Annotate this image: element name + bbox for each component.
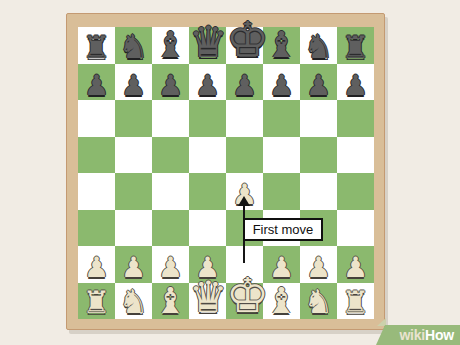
square-h4 [337,173,374,210]
black-king: ♚ [226,18,263,61]
ribbon-fold-icon [377,318,386,326]
square-g4 [300,173,337,210]
square-g7: ♟ [300,64,337,101]
square-e1: ♚ [226,283,263,320]
square-d8: ♛ [189,27,226,64]
white-rook: ♜ [78,289,115,317]
white-pawn: ♟ [300,255,337,280]
square-d4 [189,173,226,210]
black-knight: ♞ [300,32,337,62]
square-f2: ♟ [263,246,300,283]
square-h2: ♟ [337,246,374,283]
white-pawn: ♟ [78,255,115,280]
square-a8: ♜ [78,27,115,64]
square-d3 [189,210,226,247]
board-frame: ♜♞♝♛♚♝♞♜♟♟♟♟♟♟♟♟♟♟♟♟♟♟♟♟♜♞♝♛♚♝♞♜ [66,13,385,330]
white-knight: ♞ [300,287,337,317]
square-b1: ♞ [115,283,152,320]
square-a3 [78,210,115,247]
black-pawn: ♟ [337,73,374,98]
square-c2: ♟ [152,246,189,283]
square-b8: ♞ [115,27,152,64]
wikihow-how-text: How [425,327,454,343]
square-c8: ♝ [152,27,189,64]
black-queen: ♛ [189,23,226,62]
chess-board: ♜♞♝♛♚♝♞♜♟♟♟♟♟♟♟♟♟♟♟♟♟♟♟♟♜♞♝♛♚♝♞♜ [78,27,374,319]
arrow-up-icon [238,196,250,206]
square-e5 [226,137,263,174]
first-move-label: First move [243,218,323,241]
square-c6 [152,100,189,137]
square-e6 [226,100,263,137]
square-b3 [115,210,152,247]
black-bishop: ♝ [263,29,300,61]
black-pawn: ♟ [226,73,263,98]
square-a1: ♜ [78,283,115,320]
square-e7: ♟ [226,64,263,101]
square-f4 [263,173,300,210]
black-knight: ♞ [115,32,152,62]
square-g1: ♞ [300,283,337,320]
white-queen: ♛ [189,278,226,317]
square-c1: ♝ [152,283,189,320]
square-d2: ♟ [189,246,226,283]
white-pawn: ♟ [337,255,374,280]
square-a6 [78,100,115,137]
square-c4 [152,173,189,210]
black-pawn: ♟ [300,73,337,98]
square-d6 [189,100,226,137]
square-h6 [337,100,374,137]
square-g5 [300,137,337,174]
first-move-label-text: First move [253,222,314,237]
square-f8: ♝ [263,27,300,64]
square-f5 [263,137,300,174]
white-pawn: ♟ [189,255,226,280]
square-e8: ♚ [226,27,263,64]
black-pawn: ♟ [152,73,189,98]
white-pawn: ♟ [115,255,152,280]
square-b5 [115,137,152,174]
square-f6 [263,100,300,137]
square-h5 [337,137,374,174]
wikihow-watermark: wikiHow [376,325,460,345]
white-pawn: ♟ [152,255,189,280]
black-rook: ♜ [78,34,115,62]
white-bishop: ♝ [152,285,189,317]
wikihow-chess-illustration: ♜♞♝♛♚♝♞♜♟♟♟♟♟♟♟♟♟♟♟♟♟♟♟♟♜♞♝♛♚♝♞♜ First m… [0,0,460,345]
square-d7: ♟ [189,64,226,101]
square-g8: ♞ [300,27,337,64]
black-rook: ♜ [337,34,374,62]
square-b6 [115,100,152,137]
square-c5 [152,137,189,174]
square-g6 [300,100,337,137]
black-pawn: ♟ [78,73,115,98]
black-pawn: ♟ [189,73,226,98]
square-c3 [152,210,189,247]
black-pawn: ♟ [115,73,152,98]
square-f1: ♝ [263,283,300,320]
square-a2: ♟ [78,246,115,283]
square-a7: ♟ [78,64,115,101]
white-knight: ♞ [115,287,152,317]
white-pawn: ♟ [263,255,300,280]
square-a5 [78,137,115,174]
black-bishop: ♝ [152,29,189,61]
square-h8: ♜ [337,27,374,64]
white-rook: ♜ [337,289,374,317]
square-f7: ♟ [263,64,300,101]
square-h3 [337,210,374,247]
square-g2: ♟ [300,246,337,283]
square-a4 [78,173,115,210]
white-bishop: ♝ [263,285,300,317]
square-b2: ♟ [115,246,152,283]
square-b7: ♟ [115,64,152,101]
square-d1: ♛ [189,283,226,320]
square-d5 [189,137,226,174]
square-h7: ♟ [337,64,374,101]
square-b4 [115,173,152,210]
black-pawn: ♟ [263,73,300,98]
square-h1: ♜ [337,283,374,320]
wikihow-wiki-text: wiki [399,327,425,343]
square-c7: ♟ [152,64,189,101]
